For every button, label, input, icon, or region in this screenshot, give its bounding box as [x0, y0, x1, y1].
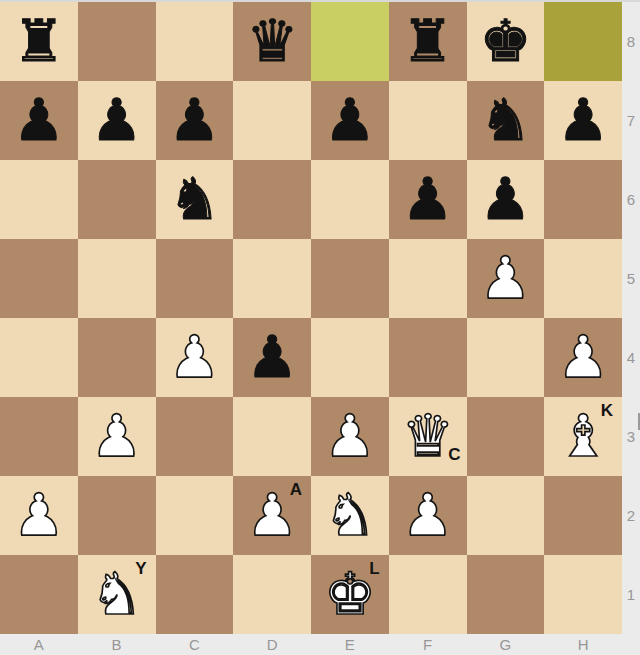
black-pawn[interactable]: ♟ [467, 160, 545, 239]
white-knight[interactable]: ♞ [311, 476, 389, 555]
file-label-a: A [0, 634, 78, 655]
rank-label-3: 3 [622, 397, 640, 476]
square-d6[interactable] [233, 160, 311, 239]
square-d5[interactable] [233, 239, 311, 318]
square-g2[interactable] [467, 476, 545, 555]
rank-label-5: 5 [622, 239, 640, 318]
white-pawn[interactable]: ♟ [78, 397, 156, 476]
square-b2[interactable] [78, 476, 156, 555]
square-c4[interactable]: ♟ [156, 318, 234, 397]
square-c3[interactable] [156, 397, 234, 476]
square-c8[interactable] [156, 2, 234, 81]
square-g5[interactable]: ♟ [467, 239, 545, 318]
hint-label-L: L [369, 560, 379, 577]
square-e4[interactable] [311, 318, 389, 397]
square-f4[interactable] [389, 318, 467, 397]
square-h2[interactable] [544, 476, 622, 555]
rank-label-8: 8 [622, 2, 640, 81]
file-label-f: F [389, 634, 467, 655]
rank-label-4: 4 [622, 318, 640, 397]
hint-label-A: A [290, 481, 302, 498]
square-g7[interactable]: ♞ [467, 81, 545, 160]
square-h5[interactable] [544, 239, 622, 318]
square-h3[interactable]: ♝K [544, 397, 622, 476]
rank-label-7: 7 [622, 81, 640, 160]
square-b6[interactable] [78, 160, 156, 239]
rank-label-1: 1 [622, 555, 640, 634]
white-pawn[interactable]: ♟ [0, 476, 78, 555]
file-label-e: E [311, 634, 389, 655]
square-f3[interactable]: ♛C [389, 397, 467, 476]
square-a1[interactable] [0, 555, 78, 634]
square-c2[interactable] [156, 476, 234, 555]
file-label-d: D [233, 634, 311, 655]
square-g1[interactable] [467, 555, 545, 634]
square-f8[interactable]: ♜ [389, 2, 467, 81]
square-e6[interactable] [311, 160, 389, 239]
square-f1[interactable] [389, 555, 467, 634]
square-a6[interactable] [0, 160, 78, 239]
square-f7[interactable] [389, 81, 467, 160]
square-a4[interactable] [0, 318, 78, 397]
hint-label-Y: Y [135, 560, 146, 577]
square-h1[interactable] [544, 555, 622, 634]
square-h7[interactable]: ♟ [544, 81, 622, 160]
chess-app-screen: ♜♛♜♚♟♟♟♟♞♟♞♟♟♟♟♟♟♟♟♛C♝K♟♟A♞♟♞Y♚L 8765432… [0, 0, 640, 655]
black-pawn[interactable]: ♟ [0, 81, 78, 160]
hint-label-K: K [601, 402, 613, 419]
square-a7[interactable]: ♟ [0, 81, 78, 160]
square-d2[interactable]: ♟A [233, 476, 311, 555]
square-c6[interactable]: ♞ [156, 160, 234, 239]
square-a3[interactable] [0, 397, 78, 476]
rank-label-6: 6 [622, 160, 640, 239]
hint-label-C: C [448, 446, 460, 463]
black-pawn[interactable]: ♟ [544, 81, 622, 160]
square-e2[interactable]: ♞ [311, 476, 389, 555]
square-g3[interactable] [467, 397, 545, 476]
white-queen[interactable]: ♛ [389, 397, 467, 476]
black-rook[interactable]: ♜ [0, 2, 78, 81]
square-e8[interactable] [311, 2, 389, 81]
square-b4[interactable] [78, 318, 156, 397]
square-e7[interactable]: ♟ [311, 81, 389, 160]
square-a5[interactable] [0, 239, 78, 318]
black-knight[interactable]: ♞ [156, 160, 234, 239]
file-coordinates: ABCDEFGH [0, 634, 622, 655]
square-g6[interactable]: ♟ [467, 160, 545, 239]
black-pawn[interactable]: ♟ [389, 160, 467, 239]
square-h4[interactable]: ♟ [544, 318, 622, 397]
rank-coordinates: 87654321 [622, 2, 640, 634]
square-f2[interactable]: ♟ [389, 476, 467, 555]
square-d3[interactable] [233, 397, 311, 476]
black-pawn[interactable]: ♟ [311, 81, 389, 160]
file-label-h: H [544, 634, 622, 655]
black-pawn[interactable]: ♟ [78, 81, 156, 160]
square-e5[interactable] [311, 239, 389, 318]
black-pawn[interactable]: ♟ [156, 81, 234, 160]
black-pawn[interactable]: ♟ [233, 318, 311, 397]
square-b5[interactable] [78, 239, 156, 318]
square-d1[interactable] [233, 555, 311, 634]
square-f6[interactable]: ♟ [389, 160, 467, 239]
square-g4[interactable] [467, 318, 545, 397]
square-c1[interactable] [156, 555, 234, 634]
square-c7[interactable]: ♟ [156, 81, 234, 160]
square-e1[interactable]: ♚L [311, 555, 389, 634]
file-label-c: C [156, 634, 234, 655]
square-h8[interactable] [544, 2, 622, 81]
white-pawn[interactable]: ♟ [389, 476, 467, 555]
rank-label-2: 2 [622, 476, 640, 555]
square-b7[interactable]: ♟ [78, 81, 156, 160]
chess-board: ♜♛♜♚♟♟♟♟♞♟♞♟♟♟♟♟♟♟♟♛C♝K♟♟A♞♟♞Y♚L [0, 2, 622, 634]
white-pawn[interactable]: ♟ [156, 318, 234, 397]
black-rook[interactable]: ♜ [389, 2, 467, 81]
white-pawn[interactable]: ♟ [544, 318, 622, 397]
square-f5[interactable] [389, 239, 467, 318]
white-pawn[interactable]: ♟ [311, 397, 389, 476]
square-b1[interactable]: ♞Y [78, 555, 156, 634]
black-king[interactable]: ♚ [467, 2, 545, 81]
file-label-g: G [467, 634, 545, 655]
square-g8[interactable]: ♚ [467, 2, 545, 81]
square-h6[interactable] [544, 160, 622, 239]
black-knight[interactable]: ♞ [467, 81, 545, 160]
square-b3[interactable]: ♟ [78, 397, 156, 476]
square-b8[interactable] [78, 2, 156, 81]
file-label-b: B [78, 634, 156, 655]
square-d7[interactable] [233, 81, 311, 160]
square-d8[interactable]: ♛ [233, 2, 311, 81]
square-a2[interactable]: ♟ [0, 476, 78, 555]
square-a8[interactable]: ♜ [0, 2, 78, 81]
white-pawn[interactable]: ♟ [467, 239, 545, 318]
black-queen[interactable]: ♛ [233, 2, 311, 81]
square-e3[interactable]: ♟ [311, 397, 389, 476]
square-d4[interactable]: ♟ [233, 318, 311, 397]
square-c5[interactable] [156, 239, 234, 318]
